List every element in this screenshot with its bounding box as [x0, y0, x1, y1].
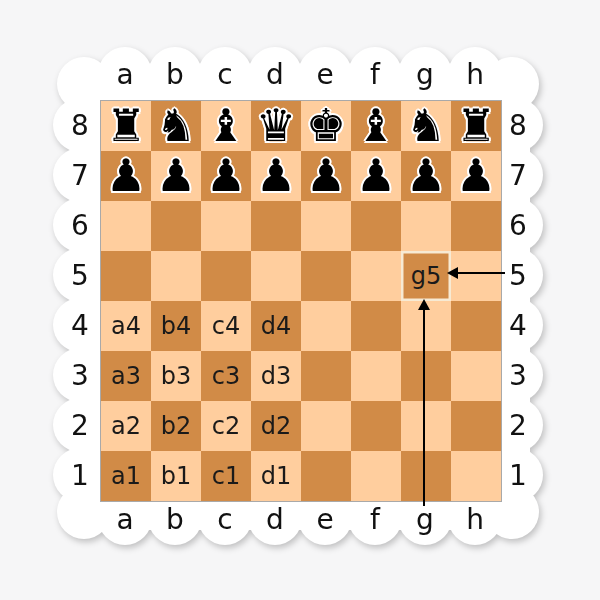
- file-label-top-c: c: [200, 56, 250, 92]
- square-a5: [101, 251, 151, 301]
- square-e4: [301, 301, 351, 351]
- rank-label-left-6: 6: [61, 200, 99, 250]
- square-d6: [251, 201, 301, 251]
- file-label-top-a: a: [100, 56, 150, 92]
- rank-label-right-4: 4: [499, 300, 537, 350]
- file-labels-bottom: abcdefgh: [100, 501, 500, 537]
- square-name-label-c3: c3: [201, 351, 251, 401]
- square-e1: [301, 451, 351, 501]
- rank-labels-left: 87654321: [61, 100, 99, 500]
- black-bishop-icon: ♝: [351, 101, 401, 151]
- chess-board: ♜♞♝♛♚♝♞♜♟♟♟♟♟♟♟♟g5a4b4c4d4a3b3c3d3a2b2c2…: [100, 100, 502, 502]
- rank-label-left-8: 8: [61, 100, 99, 150]
- square-h4: [451, 301, 501, 351]
- square-d7: ♟: [251, 151, 301, 201]
- square-c7: ♟: [201, 151, 251, 201]
- square-d1: d1: [251, 451, 301, 501]
- square-g1: [401, 451, 451, 501]
- square-h5: [451, 251, 501, 301]
- square-f7: ♟: [351, 151, 401, 201]
- square-name-label-c1: c1: [201, 451, 251, 501]
- square-name-label-b4: b4: [151, 301, 201, 351]
- square-name-label-d4: d4: [251, 301, 301, 351]
- sticker: abcdefgh abcdefgh 87654321 87654321 ♜♞♝♛…: [0, 0, 600, 600]
- rank-label-left-1: 1: [61, 450, 99, 500]
- square-c2: c2: [201, 401, 251, 451]
- square-f8: ♝: [351, 101, 401, 151]
- square-name-label-a2: a2: [101, 401, 151, 451]
- square-f2: [351, 401, 401, 451]
- square-h3: [451, 351, 501, 401]
- square-a7: ♟: [101, 151, 151, 201]
- black-rook-icon: ♜: [101, 101, 151, 151]
- black-pawn-icon: ♟: [151, 151, 201, 201]
- black-knight-icon: ♞: [151, 101, 201, 151]
- square-b5: [151, 251, 201, 301]
- square-a4: a4: [101, 301, 151, 351]
- file-label-top-g: g: [400, 56, 450, 92]
- rank-labels-right: 87654321: [499, 100, 537, 500]
- black-pawn-icon: ♟: [401, 151, 451, 201]
- rank-arrow-head-icon: [447, 267, 458, 279]
- rank-label-left-7: 7: [61, 150, 99, 200]
- black-bishop-icon: ♝: [201, 101, 251, 151]
- file-label-top-f: f: [350, 56, 400, 92]
- rank-label-left-3: 3: [61, 350, 99, 400]
- rank-label-right-6: 6: [499, 200, 537, 250]
- rank-label-left-2: 2: [61, 400, 99, 450]
- square-g6: [401, 201, 451, 251]
- square-name-label-b3: b3: [151, 351, 201, 401]
- square-c8: ♝: [201, 101, 251, 151]
- square-g3: [401, 351, 451, 401]
- square-b3: b3: [151, 351, 201, 401]
- square-e5: [301, 251, 351, 301]
- square-a1: a1: [101, 451, 151, 501]
- file-arrow-head-icon: [418, 299, 430, 310]
- square-d5: [251, 251, 301, 301]
- square-e8: ♚: [301, 101, 351, 151]
- square-d3: d3: [251, 351, 301, 401]
- square-a8: ♜: [101, 101, 151, 151]
- file-label-bottom-a: a: [100, 501, 150, 537]
- square-d4: d4: [251, 301, 301, 351]
- square-b1: b1: [151, 451, 201, 501]
- file-label-bottom-e: e: [300, 501, 350, 537]
- square-d8: ♛: [251, 101, 301, 151]
- highlight-square-label: g5: [401, 251, 451, 301]
- square-e7: ♟: [301, 151, 351, 201]
- square-b2: b2: [151, 401, 201, 451]
- square-a3: a3: [101, 351, 151, 401]
- square-e6: [301, 201, 351, 251]
- square-h7: ♟: [451, 151, 501, 201]
- black-queen-icon: ♛: [251, 101, 301, 151]
- black-pawn-icon: ♟: [451, 151, 501, 201]
- rank-label-right-3: 3: [499, 350, 537, 400]
- square-e2: [301, 401, 351, 451]
- rank-arrow-line: [456, 272, 505, 274]
- square-name-label-b1: b1: [151, 451, 201, 501]
- black-king-icon: ♚: [301, 101, 351, 151]
- rank-label-right-7: 7: [499, 150, 537, 200]
- square-c1: c1: [201, 451, 251, 501]
- square-f6: [351, 201, 401, 251]
- square-b8: ♞: [151, 101, 201, 151]
- square-f5: [351, 251, 401, 301]
- square-h1: [451, 451, 501, 501]
- square-h8: ♜: [451, 101, 501, 151]
- rank-label-right-2: 2: [499, 400, 537, 450]
- square-g2: [401, 401, 451, 451]
- square-b6: [151, 201, 201, 251]
- rank-label-right-1: 1: [499, 450, 537, 500]
- black-pawn-icon: ♟: [201, 151, 251, 201]
- file-label-bottom-h: h: [450, 501, 500, 537]
- square-b7: ♟: [151, 151, 201, 201]
- square-c5: [201, 251, 251, 301]
- file-label-bottom-b: b: [150, 501, 200, 537]
- black-pawn-icon: ♟: [301, 151, 351, 201]
- square-e3: [301, 351, 351, 401]
- square-c3: c3: [201, 351, 251, 401]
- sticker-image: abcdefgh abcdefgh 87654321 87654321 ♜♞♝♛…: [0, 0, 600, 600]
- square-a6: [101, 201, 151, 251]
- square-g5: g5: [401, 251, 451, 301]
- square-b4: b4: [151, 301, 201, 351]
- square-name-label-a4: a4: [101, 301, 151, 351]
- square-h6: [451, 201, 501, 251]
- square-a2: a2: [101, 401, 151, 451]
- square-name-label-d3: d3: [251, 351, 301, 401]
- rank-label-right-8: 8: [499, 100, 537, 150]
- square-name-label-b2: b2: [151, 401, 201, 451]
- file-arrow-line: [423, 308, 425, 506]
- square-name-label-d2: d2: [251, 401, 301, 451]
- file-label-top-e: e: [300, 56, 350, 92]
- square-name-label-d1: d1: [251, 451, 301, 501]
- square-name-label-a1: a1: [101, 451, 151, 501]
- square-h2: [451, 401, 501, 451]
- black-pawn-icon: ♟: [351, 151, 401, 201]
- rank-label-right-5: 5: [499, 250, 537, 300]
- square-name-label-c2: c2: [201, 401, 251, 451]
- square-name-label-a3: a3: [101, 351, 151, 401]
- square-name-label-c4: c4: [201, 301, 251, 351]
- file-label-top-h: h: [450, 56, 500, 92]
- file-labels-top: abcdefgh: [100, 56, 500, 92]
- file-label-top-b: b: [150, 56, 200, 92]
- square-f4: [351, 301, 401, 351]
- file-label-top-d: d: [250, 56, 300, 92]
- file-label-bottom-f: f: [350, 501, 400, 537]
- square-g8: ♞: [401, 101, 451, 151]
- square-f3: [351, 351, 401, 401]
- rank-label-left-4: 4: [61, 300, 99, 350]
- file-label-bottom-c: c: [200, 501, 250, 537]
- square-c4: c4: [201, 301, 251, 351]
- rank-label-left-5: 5: [61, 250, 99, 300]
- file-label-bottom-d: d: [250, 501, 300, 537]
- file-label-bottom-g: g: [400, 501, 450, 537]
- black-knight-icon: ♞: [401, 101, 451, 151]
- black-pawn-icon: ♟: [251, 151, 301, 201]
- square-c6: [201, 201, 251, 251]
- square-f1: [351, 451, 401, 501]
- square-d2: d2: [251, 401, 301, 451]
- square-g7: ♟: [401, 151, 451, 201]
- black-rook-icon: ♜: [451, 101, 501, 151]
- black-pawn-icon: ♟: [101, 151, 151, 201]
